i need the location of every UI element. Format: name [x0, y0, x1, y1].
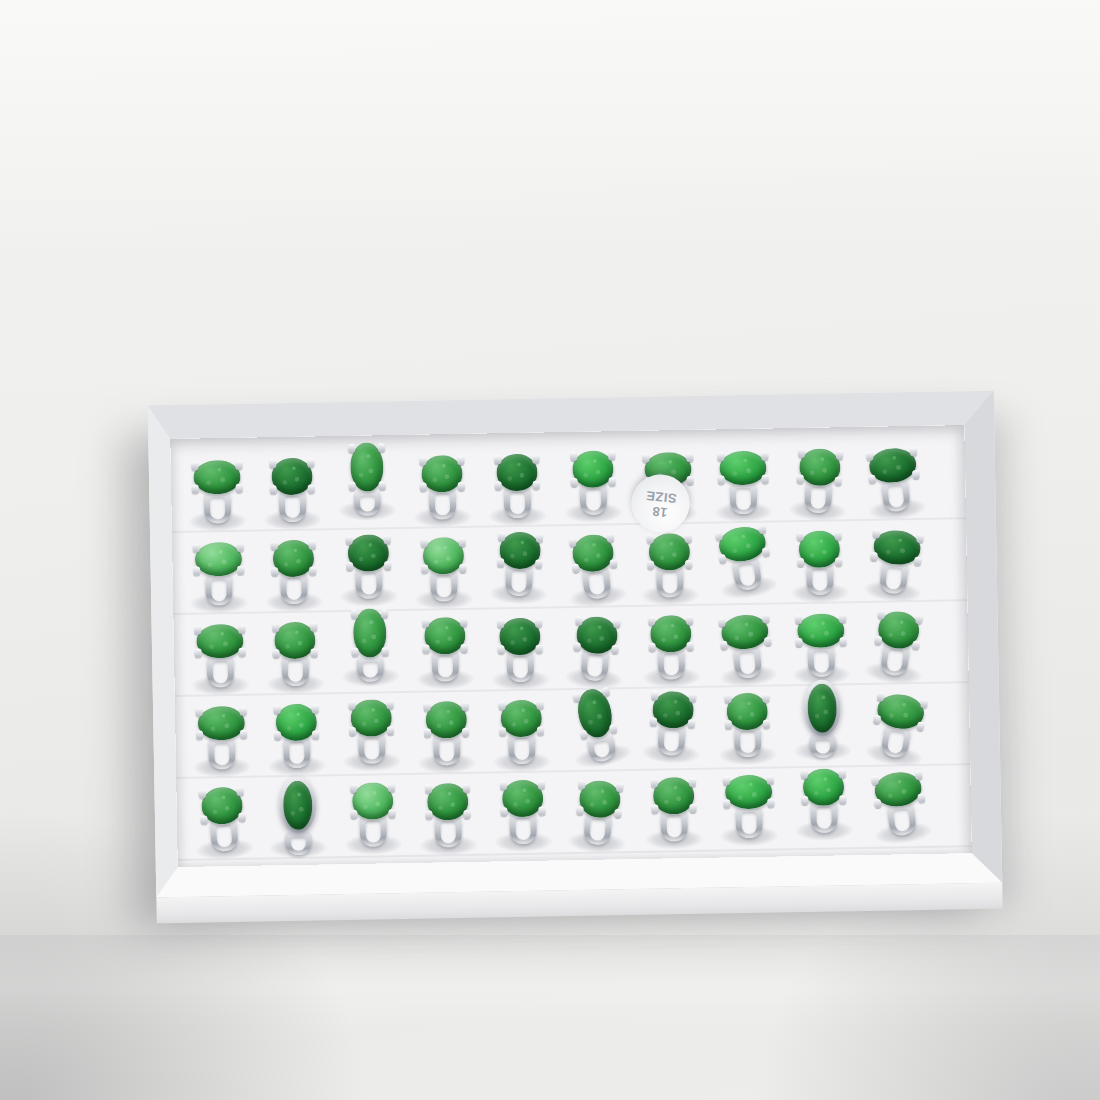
prong	[797, 558, 804, 567]
prong	[914, 615, 922, 625]
prong	[917, 793, 925, 803]
prong	[762, 475, 769, 484]
prong	[869, 552, 877, 562]
prong	[570, 478, 577, 487]
jade-ring	[335, 773, 412, 856]
jade-ring	[784, 679, 861, 762]
ring-cell	[560, 771, 637, 854]
prong	[425, 785, 432, 794]
prong	[462, 702, 469, 711]
prong	[723, 776, 730, 785]
ring-head	[497, 454, 539, 492]
ring-head	[271, 458, 313, 496]
size-tag-value: 18	[651, 503, 668, 519]
prong	[573, 642, 581, 651]
prong	[720, 641, 728, 651]
prong	[872, 714, 880, 724]
ring-head	[803, 768, 845, 806]
ring-head	[797, 613, 845, 648]
prong	[608, 451, 615, 460]
prong	[310, 648, 317, 657]
prong	[235, 461, 242, 470]
prong	[835, 557, 842, 566]
ring-cell	[860, 684, 937, 767]
ring-head	[348, 534, 390, 572]
ring-head	[353, 608, 387, 658]
jade-stone	[283, 781, 313, 830]
jade-ring	[257, 612, 334, 695]
ring-cell	[559, 689, 636, 772]
prong	[614, 809, 622, 818]
ring-head	[421, 455, 463, 493]
prong	[646, 535, 653, 544]
ring-head	[427, 783, 469, 821]
prong	[498, 645, 505, 654]
prong	[686, 453, 693, 462]
backdrop-top-highlight	[0, 0, 1100, 260]
prong	[240, 730, 247, 739]
jade-ring	[408, 692, 485, 775]
prong	[609, 724, 618, 734]
jade-ring	[554, 441, 631, 524]
ring-cell	[184, 778, 261, 861]
jade-ring	[711, 764, 788, 847]
ring-cell	[634, 688, 711, 771]
prong	[723, 799, 730, 808]
prong	[571, 564, 579, 574]
jade-ring	[479, 444, 556, 527]
prong	[379, 481, 386, 490]
jade-stone	[194, 542, 242, 577]
prong	[642, 454, 649, 463]
prong	[911, 470, 919, 480]
ring-head	[574, 686, 616, 740]
prong	[464, 810, 471, 819]
prong	[495, 481, 502, 490]
ring-cell	[633, 606, 710, 689]
jade-ring	[330, 525, 407, 608]
jade-ring	[259, 776, 336, 859]
prong	[606, 533, 614, 543]
prong	[533, 455, 540, 464]
ring-head	[570, 532, 615, 574]
ring-cell	[485, 772, 562, 855]
ring-cell	[782, 521, 859, 604]
ring-cell	[179, 450, 256, 533]
jade-ring	[180, 532, 257, 615]
prong	[648, 617, 655, 626]
jade-ring	[705, 440, 782, 523]
prong	[536, 645, 543, 654]
ring-shank	[203, 490, 231, 523]
prong	[801, 770, 808, 779]
prong	[801, 796, 808, 805]
prong	[191, 462, 198, 471]
prong	[689, 693, 696, 702]
prong	[839, 795, 846, 804]
prong	[916, 534, 924, 544]
prong	[270, 541, 277, 550]
jade-stone	[725, 775, 773, 810]
prong	[346, 536, 353, 545]
prong	[307, 485, 314, 494]
prong	[686, 642, 693, 651]
ring-cell	[711, 768, 788, 851]
ring-head	[803, 679, 841, 737]
prong	[463, 784, 470, 793]
prong	[725, 720, 732, 729]
prong	[496, 558, 503, 567]
prong	[651, 805, 658, 814]
ring-head	[498, 531, 540, 569]
jade-ring	[633, 606, 710, 689]
prong	[570, 452, 577, 461]
prong	[352, 648, 359, 657]
ring-head	[200, 786, 243, 826]
jade-ring	[705, 602, 787, 690]
prong	[718, 475, 725, 484]
jade-ring	[258, 694, 335, 777]
jade-ring	[333, 690, 410, 773]
jade-ring	[410, 774, 487, 857]
ring-head	[716, 524, 768, 565]
ring-cell	[259, 776, 336, 859]
ring-head	[274, 622, 316, 660]
prong	[422, 619, 429, 628]
prong	[457, 456, 464, 465]
ring-cell	[705, 440, 782, 523]
prong	[462, 728, 469, 737]
size-tag-label: SIZE	[645, 487, 677, 505]
prong	[274, 731, 281, 740]
prong	[572, 693, 581, 703]
prong	[835, 531, 842, 540]
prong	[576, 806, 584, 815]
ring-head	[798, 448, 841, 487]
prong	[500, 781, 507, 790]
prong	[761, 452, 768, 461]
ring-head	[424, 617, 466, 655]
prong	[196, 731, 203, 740]
prong	[537, 701, 544, 710]
prong	[497, 619, 504, 628]
prong	[689, 804, 696, 813]
prong	[193, 567, 200, 576]
ring-cell	[858, 602, 935, 685]
ring-cell	[410, 774, 487, 857]
ring-cell	[861, 766, 938, 849]
prong	[381, 609, 388, 618]
ring-cell	[330, 529, 407, 612]
ring-head	[875, 609, 920, 651]
prong	[909, 447, 917, 457]
prong	[378, 443, 385, 452]
prong	[763, 720, 770, 729]
prong	[767, 799, 774, 808]
jade-ring	[179, 450, 256, 533]
prong	[687, 719, 694, 728]
prong	[459, 538, 466, 547]
prong	[239, 707, 246, 716]
prong	[764, 637, 772, 647]
ring-head	[499, 618, 541, 656]
prong	[913, 556, 921, 566]
prong	[195, 708, 202, 717]
ring-head	[720, 613, 770, 651]
jade-ring	[404, 446, 481, 529]
prong	[421, 565, 428, 574]
ring-cell	[329, 447, 406, 530]
prong	[758, 524, 766, 534]
prong	[388, 809, 395, 818]
prong	[350, 810, 357, 819]
prong	[495, 455, 502, 464]
prong	[346, 562, 353, 571]
prong	[308, 541, 315, 550]
prong	[311, 704, 318, 713]
prong	[420, 483, 427, 492]
ring-head	[578, 779, 621, 819]
ring-cell	[855, 438, 932, 521]
jade-ring	[852, 435, 935, 524]
prong	[535, 534, 542, 543]
jade-stone	[197, 706, 245, 741]
prong	[686, 476, 693, 485]
prong	[272, 649, 279, 658]
ring-cell	[481, 526, 558, 609]
prong	[795, 615, 802, 624]
prong	[382, 647, 389, 656]
jade-ring	[332, 605, 409, 688]
jade-ring	[480, 522, 558, 607]
jade-ring	[709, 683, 786, 766]
prong	[611, 645, 619, 654]
prong	[686, 616, 693, 625]
ring-cell	[708, 604, 785, 687]
prong	[421, 539, 428, 548]
prong	[348, 444, 355, 453]
jade-ring	[181, 614, 258, 697]
jade-ring	[779, 438, 858, 524]
ring-cell	[181, 614, 258, 697]
prong	[724, 694, 731, 703]
ring-cell	[556, 525, 633, 608]
ring-head	[725, 775, 773, 810]
jade-ring	[485, 770, 562, 853]
prong	[767, 776, 774, 785]
jade-ring	[632, 680, 711, 766]
jade-ring	[406, 528, 483, 611]
prong	[350, 784, 357, 793]
prong	[648, 643, 655, 652]
ring-head	[196, 624, 244, 659]
ring-cell	[709, 686, 786, 769]
ring-head	[350, 699, 392, 737]
jade-stone	[807, 683, 837, 732]
prong	[651, 691, 658, 700]
ring-shank	[730, 481, 758, 514]
ring-cell	[554, 443, 631, 526]
prong	[387, 726, 394, 735]
prong	[916, 721, 924, 731]
prong	[575, 616, 583, 625]
prong	[384, 535, 391, 544]
prong	[762, 547, 770, 557]
ring-head	[572, 450, 614, 488]
prong	[349, 727, 356, 736]
jade-ring	[783, 603, 860, 686]
prong	[388, 783, 395, 792]
prong	[194, 626, 201, 635]
prong	[423, 645, 430, 654]
ring-head	[872, 770, 923, 809]
ring-cell	[631, 524, 708, 607]
prong	[236, 543, 243, 552]
ring-head	[575, 615, 618, 655]
ring-shank	[206, 654, 234, 687]
prong	[534, 560, 541, 569]
ring-head	[193, 460, 241, 495]
prong	[919, 699, 927, 709]
ring-head	[501, 700, 543, 738]
ring-cell	[258, 694, 335, 777]
ring-head	[653, 777, 695, 815]
prong	[461, 644, 468, 653]
jade-ring	[854, 598, 939, 689]
prong	[762, 614, 770, 624]
ring-head	[275, 704, 317, 742]
jade-stone	[719, 451, 767, 486]
prong	[309, 567, 316, 576]
prong	[426, 811, 433, 820]
prong	[312, 730, 319, 739]
prong	[872, 529, 880, 539]
prong	[834, 477, 841, 486]
ring-cell	[482, 608, 559, 691]
ring-cell	[407, 610, 484, 693]
ring-cell	[255, 530, 332, 613]
prong	[200, 815, 208, 824]
ring-head	[194, 542, 242, 577]
prong	[307, 459, 314, 468]
prong	[272, 623, 279, 632]
ring-cell	[406, 528, 483, 611]
jade-ring	[329, 439, 406, 522]
ring-cell	[254, 448, 331, 531]
prong	[579, 730, 588, 740]
prong	[424, 729, 431, 738]
ring-head	[197, 706, 245, 741]
prong	[684, 534, 691, 543]
ring-head	[871, 528, 921, 567]
prong	[608, 477, 615, 486]
ring-cell	[479, 444, 556, 527]
prong	[839, 769, 846, 778]
ring-cell	[335, 775, 412, 858]
jade-ring	[786, 759, 863, 842]
prong	[867, 474, 875, 484]
prong	[269, 459, 276, 468]
ring-shank	[735, 805, 763, 838]
ring-shank	[357, 654, 384, 681]
ring-head	[350, 442, 384, 492]
prong	[237, 566, 244, 575]
prong	[874, 636, 882, 646]
ring-shank	[205, 572, 233, 605]
prong	[568, 538, 576, 548]
ring-head	[874, 691, 926, 732]
ring-cell	[635, 770, 712, 853]
ring-cell	[484, 690, 561, 773]
prong	[351, 610, 358, 619]
jade-ring	[635, 768, 712, 851]
ring-cell	[706, 522, 783, 605]
ring-head	[650, 615, 692, 653]
prong	[460, 618, 467, 627]
jade-ring	[857, 758, 942, 849]
ring-cell	[780, 439, 857, 522]
prong	[609, 559, 617, 569]
jade-ring	[484, 690, 561, 773]
prong	[578, 780, 586, 789]
prong	[877, 610, 885, 620]
ring-head	[799, 530, 841, 568]
prong	[870, 776, 878, 786]
ring-cell	[408, 692, 485, 775]
prong	[650, 717, 657, 726]
prong	[499, 727, 506, 736]
jade-stone	[797, 613, 845, 648]
prong	[537, 727, 544, 736]
ring-tray: 18 SIZE	[170, 425, 971, 867]
prong	[269, 485, 276, 494]
prong	[762, 694, 769, 703]
prong	[458, 482, 465, 491]
prong	[236, 787, 244, 796]
jade-ring	[631, 524, 708, 607]
ring-cell	[783, 603, 860, 686]
ring-head	[352, 782, 394, 820]
ring-cell	[257, 612, 334, 695]
prong	[386, 700, 393, 709]
jade-ring	[482, 608, 559, 691]
ring-cell	[857, 520, 934, 603]
ring-head	[279, 777, 317, 835]
jade-ring	[407, 608, 484, 691]
prong	[238, 813, 246, 822]
prong	[194, 649, 201, 658]
prong	[796, 475, 803, 484]
prong	[384, 561, 391, 570]
ring-head	[502, 780, 544, 818]
ring-head	[648, 533, 690, 571]
prong	[865, 452, 873, 462]
ring-head	[272, 540, 314, 578]
prong	[651, 779, 658, 788]
prong	[685, 560, 692, 569]
prong	[419, 457, 426, 466]
jade-ring	[552, 679, 641, 774]
ring-head	[726, 693, 768, 731]
ring-head	[651, 690, 694, 729]
prong	[914, 770, 922, 780]
prong	[273, 705, 280, 714]
prong	[235, 484, 242, 493]
jade-ring	[183, 696, 260, 779]
jade-ring	[701, 512, 788, 605]
prong	[796, 638, 803, 647]
prong	[717, 452, 724, 461]
